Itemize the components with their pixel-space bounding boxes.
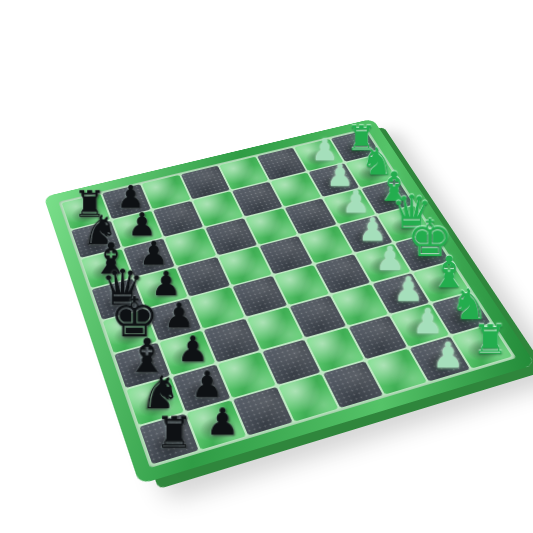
photo-background: ♜♟♟♜♞♟♟♞♝♟♟♝♛♟♟♛♚♟♟♚♝♟♟♝♞♟♟♞♜♟♟♜	[0, 0, 533, 533]
piece-black-pawn[interactable]: ♟	[206, 403, 240, 440]
chess-board: ♜♟♟♜♞♟♟♞♝♟♟♝♛♟♟♛♚♟♟♚♝♟♟♝♞♟♟♞♜♟♟♜	[44, 119, 533, 485]
piece-black-pawn[interactable]: ♟	[191, 366, 224, 402]
board-frame: ♜♟♟♜♞♟♟♞♝♟♟♝♛♟♟♛♚♟♟♚♝♟♟♝♞♟♟♞♜♟♟♜	[58, 128, 516, 468]
piece-green-rook[interactable]: ♜	[472, 320, 508, 361]
square-2-2[interactable]	[165, 228, 216, 266]
board-squares: ♜♟♟♜♞♟♟♞♝♟♟♝♛♟♟♛♚♟♟♚♝♟♟♝♞♟♟♞♜♟♟♜	[62, 130, 512, 464]
piece-green-pawn[interactable]: ♟	[432, 337, 464, 373]
piece-black-rook[interactable]: ♜	[155, 411, 194, 455]
piece-black-pawn[interactable]: ♟	[177, 331, 209, 366]
